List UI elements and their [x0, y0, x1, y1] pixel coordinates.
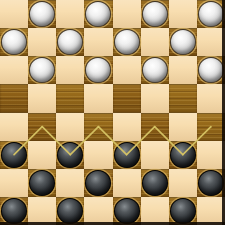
square-h8[interactable] [197, 0, 225, 28]
square-b2[interactable] [28, 169, 56, 197]
square-h1 [197, 197, 225, 225]
square-b3 [28, 141, 56, 169]
square-b5 [28, 84, 56, 112]
square-b8[interactable] [28, 0, 56, 28]
square-a6 [0, 56, 28, 84]
square-h5 [197, 84, 225, 112]
square-e2 [113, 169, 141, 197]
square-e3[interactable] [113, 141, 141, 169]
white-man[interactable] [114, 29, 140, 55]
square-e5[interactable] [113, 84, 141, 112]
white-man[interactable] [198, 1, 224, 27]
white-man[interactable] [85, 57, 111, 83]
square-g6 [169, 56, 197, 84]
square-c4 [56, 113, 84, 141]
square-e1[interactable] [113, 197, 141, 225]
white-man[interactable] [57, 29, 83, 55]
square-f6[interactable] [141, 56, 169, 84]
black-man[interactable] [85, 170, 111, 196]
square-c6 [56, 56, 84, 84]
black-man[interactable] [1, 142, 27, 168]
square-g4 [169, 113, 197, 141]
black-man[interactable] [170, 142, 196, 168]
square-e4 [113, 113, 141, 141]
square-d6[interactable] [84, 56, 112, 84]
square-h3 [197, 141, 225, 169]
square-d1 [84, 197, 112, 225]
square-b4[interactable] [28, 113, 56, 141]
white-man[interactable] [1, 29, 27, 55]
square-d3 [84, 141, 112, 169]
square-c1[interactable] [56, 197, 84, 225]
white-man[interactable] [142, 1, 168, 27]
white-man[interactable] [29, 1, 55, 27]
white-man[interactable] [85, 1, 111, 27]
square-a1[interactable] [0, 197, 28, 225]
black-man[interactable] [57, 198, 83, 224]
square-g5[interactable] [169, 84, 197, 112]
square-g1[interactable] [169, 197, 197, 225]
square-f5 [141, 84, 169, 112]
square-h6[interactable] [197, 56, 225, 84]
white-man[interactable] [170, 29, 196, 55]
square-f4[interactable] [141, 113, 169, 141]
white-man[interactable] [29, 57, 55, 83]
square-c3[interactable] [56, 141, 84, 169]
black-man[interactable] [142, 170, 168, 196]
square-f3 [141, 141, 169, 169]
square-g3[interactable] [169, 141, 197, 169]
square-d7 [84, 28, 112, 56]
square-d2[interactable] [84, 169, 112, 197]
square-h4[interactable] [197, 113, 225, 141]
black-man[interactable] [114, 142, 140, 168]
square-a7[interactable] [0, 28, 28, 56]
square-d8[interactable] [84, 0, 112, 28]
square-d5 [84, 84, 112, 112]
square-e7[interactable] [113, 28, 141, 56]
square-g7[interactable] [169, 28, 197, 56]
black-man[interactable] [57, 142, 83, 168]
square-c8 [56, 0, 84, 28]
checkers-board [0, 0, 225, 225]
black-man[interactable] [1, 198, 27, 224]
black-man[interactable] [29, 170, 55, 196]
square-a4 [0, 113, 28, 141]
black-man[interactable] [114, 198, 140, 224]
square-e6 [113, 56, 141, 84]
square-a2 [0, 169, 28, 197]
checkers-app [0, 0, 225, 225]
square-h2[interactable] [197, 169, 225, 197]
square-b6[interactable] [28, 56, 56, 84]
square-a8 [0, 0, 28, 28]
black-man[interactable] [198, 170, 224, 196]
black-man[interactable] [170, 198, 196, 224]
square-f8[interactable] [141, 0, 169, 28]
square-d4[interactable] [84, 113, 112, 141]
white-man[interactable] [142, 57, 168, 83]
square-c7[interactable] [56, 28, 84, 56]
white-man[interactable] [198, 57, 224, 83]
square-f2[interactable] [141, 169, 169, 197]
square-e8 [113, 0, 141, 28]
square-c2 [56, 169, 84, 197]
square-c5[interactable] [56, 84, 84, 112]
square-a3[interactable] [0, 141, 28, 169]
square-g2 [169, 169, 197, 197]
square-h7 [197, 28, 225, 56]
square-f1 [141, 197, 169, 225]
square-a5[interactable] [0, 84, 28, 112]
square-b1 [28, 197, 56, 225]
square-f7 [141, 28, 169, 56]
square-b7 [28, 28, 56, 56]
square-g8 [169, 0, 197, 28]
